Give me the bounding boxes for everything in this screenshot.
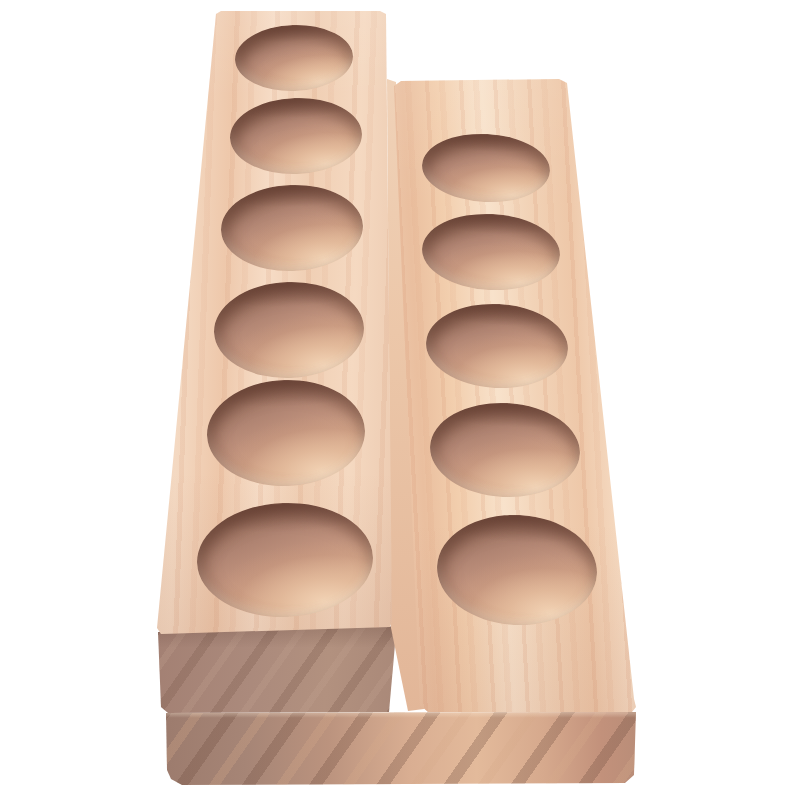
base-front-face (160, 710, 640, 788)
board-photo-stage (0, 0, 800, 800)
left-block-front-face (155, 624, 400, 716)
